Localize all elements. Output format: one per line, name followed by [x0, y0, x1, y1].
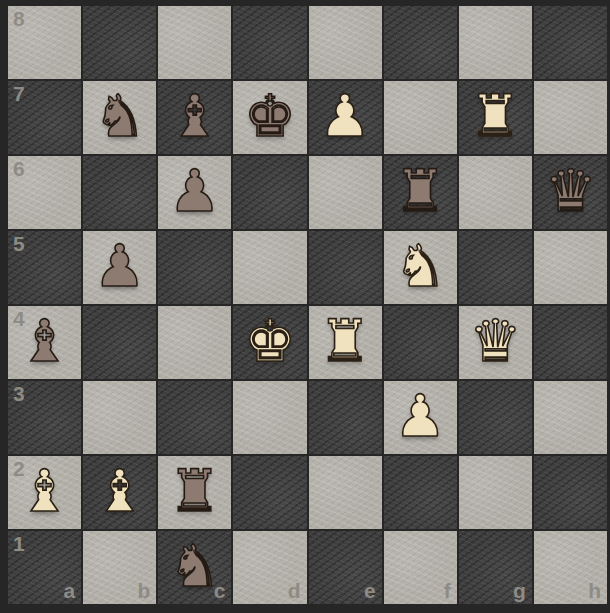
square-a5[interactable]: 5	[8, 231, 81, 304]
square-f4[interactable]	[384, 306, 457, 379]
square-b8[interactable]	[83, 6, 156, 79]
square-e2[interactable]	[309, 456, 382, 529]
square-a7[interactable]: 7	[8, 81, 81, 154]
square-f3[interactable]: ♟	[384, 381, 457, 454]
rank-label-2: 2	[13, 457, 25, 481]
piece-white-bishop[interactable]: ♝	[94, 462, 146, 520]
file-label-d: d	[288, 579, 301, 603]
rank-label-5: 5	[13, 232, 25, 256]
piece-black-pawn[interactable]: ♟	[169, 162, 221, 220]
square-c8[interactable]	[158, 6, 231, 79]
square-c4[interactable]	[158, 306, 231, 379]
square-d4[interactable]: ♚	[233, 306, 306, 379]
piece-black-bishop[interactable]: ♝	[19, 312, 71, 370]
square-b1[interactable]: b	[83, 531, 156, 604]
square-g8[interactable]	[459, 6, 532, 79]
piece-white-pawn[interactable]: ♟	[319, 87, 371, 145]
square-g1[interactable]: g	[459, 531, 532, 604]
square-g2[interactable]	[459, 456, 532, 529]
rank-label-6: 6	[13, 157, 25, 181]
rank-label-4: 4	[13, 307, 25, 331]
square-h8[interactable]	[534, 6, 607, 79]
square-g7[interactable]: ♜	[459, 81, 532, 154]
square-d7[interactable]: ♚	[233, 81, 306, 154]
square-h2[interactable]	[534, 456, 607, 529]
square-a8[interactable]: 8	[8, 6, 81, 79]
square-f5[interactable]: ♞	[384, 231, 457, 304]
square-g3[interactable]	[459, 381, 532, 454]
square-g5[interactable]	[459, 231, 532, 304]
file-label-b: b	[137, 579, 150, 603]
rank-label-8: 8	[13, 7, 25, 31]
square-c5[interactable]	[158, 231, 231, 304]
square-a3[interactable]: 3	[8, 381, 81, 454]
file-label-e: e	[364, 579, 376, 603]
square-b6[interactable]	[83, 156, 156, 229]
square-d1[interactable]: d	[233, 531, 306, 604]
square-b5[interactable]: ♟	[83, 231, 156, 304]
square-b4[interactable]	[83, 306, 156, 379]
square-e3[interactable]	[309, 381, 382, 454]
chess-board-frame: 87♞♝♚♟♜6♟♜♛5♟♞♝4♚♜♛3♟♝2♝♜1ab♞cdefgh	[0, 0, 610, 613]
piece-black-rook[interactable]: ♜	[169, 462, 221, 520]
square-f8[interactable]	[384, 6, 457, 79]
square-c6[interactable]: ♟	[158, 156, 231, 229]
piece-white-king[interactable]: ♚	[244, 312, 296, 370]
square-e1[interactable]: e	[309, 531, 382, 604]
piece-white-rook[interactable]: ♜	[469, 87, 521, 145]
rank-label-3: 3	[13, 382, 25, 406]
square-b2[interactable]: ♝	[83, 456, 156, 529]
piece-black-bishop[interactable]: ♝	[169, 87, 221, 145]
square-d6[interactable]	[233, 156, 306, 229]
file-label-g: g	[513, 579, 526, 603]
rank-label-1: 1	[13, 532, 25, 556]
square-c2[interactable]: ♜	[158, 456, 231, 529]
square-c7[interactable]: ♝	[158, 81, 231, 154]
square-h3[interactable]	[534, 381, 607, 454]
square-h5[interactable]	[534, 231, 607, 304]
square-e8[interactable]	[309, 6, 382, 79]
piece-black-rook[interactable]: ♜	[394, 162, 446, 220]
piece-white-bishop[interactable]: ♝	[19, 462, 71, 520]
square-b7[interactable]: ♞	[83, 81, 156, 154]
piece-white-queen[interactable]: ♛	[469, 312, 521, 370]
square-f2[interactable]	[384, 456, 457, 529]
square-c1[interactable]: ♞c	[158, 531, 231, 604]
square-e5[interactable]	[309, 231, 382, 304]
piece-black-pawn[interactable]: ♟	[94, 237, 146, 295]
piece-white-knight[interactable]: ♞	[394, 237, 446, 295]
square-a6[interactable]: 6	[8, 156, 81, 229]
file-label-a: a	[63, 579, 75, 603]
square-f7[interactable]	[384, 81, 457, 154]
square-b3[interactable]	[83, 381, 156, 454]
square-f6[interactable]: ♜	[384, 156, 457, 229]
square-a2[interactable]: ♝2	[8, 456, 81, 529]
piece-white-pawn[interactable]: ♟	[394, 387, 446, 445]
square-h6[interactable]: ♛	[534, 156, 607, 229]
square-e4[interactable]: ♜	[309, 306, 382, 379]
square-c3[interactable]	[158, 381, 231, 454]
piece-black-queen[interactable]: ♛	[544, 162, 596, 220]
square-g6[interactable]	[459, 156, 532, 229]
rank-label-7: 7	[13, 82, 25, 106]
file-label-f: f	[444, 579, 451, 603]
square-h4[interactable]	[534, 306, 607, 379]
square-g4[interactable]: ♛	[459, 306, 532, 379]
square-d3[interactable]	[233, 381, 306, 454]
square-e7[interactable]: ♟	[309, 81, 382, 154]
chess-board: 87♞♝♚♟♜6♟♜♛5♟♞♝4♚♜♛3♟♝2♝♜1ab♞cdefgh	[8, 6, 607, 604]
piece-black-knight[interactable]: ♞	[94, 87, 146, 145]
square-d5[interactable]	[233, 231, 306, 304]
square-d2[interactable]	[233, 456, 306, 529]
piece-white-rook[interactable]: ♜	[319, 312, 371, 370]
square-f1[interactable]: f	[384, 531, 457, 604]
square-a4[interactable]: ♝4	[8, 306, 81, 379]
square-h1[interactable]: h	[534, 531, 607, 604]
square-d8[interactable]	[233, 6, 306, 79]
file-label-c: c	[214, 579, 226, 603]
file-label-h: h	[588, 579, 601, 603]
piece-black-king[interactable]: ♚	[244, 87, 296, 145]
square-h7[interactable]	[534, 81, 607, 154]
square-a1[interactable]: 1a	[8, 531, 81, 604]
square-e6[interactable]	[309, 156, 382, 229]
